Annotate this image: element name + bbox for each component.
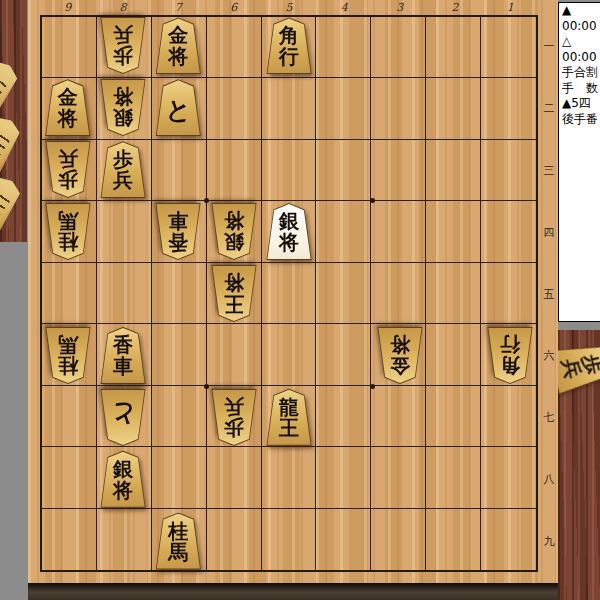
file-label-7: 7: [151, 1, 206, 14]
captured-piece-fragment[interactable]: [0, 168, 27, 236]
board-square-3三[interactable]: [371, 140, 426, 201]
game-info-panel: ▲00:00△00:00手合割手 数▲5四後手番: [558, 2, 600, 322]
piece-銀将-8八[interactable]: 銀将: [98, 451, 148, 508]
board-square-4六[interactable]: [316, 324, 371, 385]
board-square-7三[interactable]: [152, 140, 207, 201]
board-square-8四[interactable]: [97, 201, 152, 262]
board-square-2五[interactable]: [426, 263, 481, 324]
piece-金将-9二[interactable]: 金将: [43, 79, 93, 136]
board-square-3一[interactable]: [371, 17, 426, 78]
panel-line: 後手番: [559, 112, 600, 128]
rank-label-七: 七: [540, 410, 558, 425]
rank-label-四: 四: [540, 225, 558, 240]
file-label-9: 9: [40, 1, 95, 14]
board-square-3七[interactable]: [371, 386, 426, 447]
panel-line: ▲: [559, 3, 600, 19]
board-square-9一[interactable]: [42, 17, 97, 78]
board-square-9七[interactable]: [42, 386, 97, 447]
panel-line: ▲5四: [559, 96, 600, 112]
rank-label-三: 三: [540, 163, 558, 178]
board-square-1五[interactable]: [481, 263, 536, 324]
board-square-3九[interactable]: [371, 509, 426, 570]
board-square-1三[interactable]: [481, 140, 536, 201]
panel-line: 00:00: [559, 19, 600, 35]
piece-桂馬-9六[interactable]: 桂馬: [43, 327, 93, 384]
panel-line: 手合割: [559, 65, 600, 81]
piece-歩兵-6七[interactable]: 歩兵: [209, 389, 259, 446]
piece-龍王-5七[interactable]: 龍王: [264, 389, 314, 446]
board-square-1九[interactable]: [481, 509, 536, 570]
piece-桂馬-7九[interactable]: 桂馬: [153, 513, 203, 570]
file-label-6: 6: [206, 1, 261, 14]
board-square-2八[interactable]: [426, 447, 481, 508]
panel-line: 手 数: [559, 81, 600, 97]
board-square-2四[interactable]: [426, 201, 481, 262]
piece-角行-1六[interactable]: 角行: [485, 327, 535, 384]
gote-captured-tray: [0, 0, 27, 242]
piece-金将-7一[interactable]: 金将: [153, 17, 203, 74]
captured-piece-fragment[interactable]: [0, 52, 27, 120]
board-square-4一[interactable]: [316, 17, 371, 78]
board-square-9九[interactable]: [42, 509, 97, 570]
star-point: [204, 384, 209, 389]
rank-label-二: 二: [540, 101, 558, 116]
board-square-1八[interactable]: [481, 447, 536, 508]
board-square-4二[interactable]: [316, 78, 371, 139]
board-square-1二[interactable]: [481, 78, 536, 139]
rank-label-五: 五: [540, 287, 558, 302]
board-square-3二[interactable]: [371, 78, 426, 139]
piece-銀将-6四[interactable]: 銀将: [209, 203, 259, 260]
board-square-4八[interactable]: [316, 447, 371, 508]
board-square-2二[interactable]: [426, 78, 481, 139]
board-square-4五[interactable]: [316, 263, 371, 324]
piece-歩兵-9三[interactable]: 歩兵: [43, 141, 93, 198]
piece-金将-3六[interactable]: 金将: [375, 327, 425, 384]
board-square-8九[interactable]: [97, 509, 152, 570]
file-label-5: 5: [261, 1, 316, 14]
rank-label-六: 六: [540, 348, 558, 363]
board-bottom-edge: [28, 583, 558, 600]
file-label-2: 2: [427, 1, 482, 14]
board-square-6一[interactable]: [207, 17, 262, 78]
panel-line: 00:00: [559, 50, 600, 66]
board-square-1一[interactable]: [481, 17, 536, 78]
piece-香車-8六[interactable]: 香車: [98, 327, 148, 384]
board-square-2六[interactable]: [426, 324, 481, 385]
board-square-5三[interactable]: [262, 140, 317, 201]
rank-label-八: 八: [540, 472, 558, 487]
board-square-1七[interactable]: [481, 386, 536, 447]
board-square-5六[interactable]: [262, 324, 317, 385]
board-square-6六[interactable]: [207, 324, 262, 385]
captured-piece-fragment[interactable]: [0, 108, 27, 176]
board-square-2九[interactable]: [426, 509, 481, 570]
piece-銀将-8二[interactable]: 銀将: [98, 79, 148, 136]
piece-歩兵-in-hand[interactable]: 歩兵: [558, 336, 600, 397]
board-square-2一[interactable]: [426, 17, 481, 78]
star-point: [204, 198, 209, 203]
board-square-7七[interactable]: [152, 386, 207, 447]
piece-と-7二[interactable]: と: [153, 79, 203, 136]
file-label-1: 1: [483, 1, 538, 14]
board-square-4七[interactable]: [316, 386, 371, 447]
board-square-5九[interactable]: [262, 509, 317, 570]
file-label-3: 3: [372, 1, 427, 14]
rank-label-一: 一: [540, 39, 558, 54]
panel-line: △: [559, 34, 600, 50]
piece-桂馬-9四[interactable]: 桂馬: [43, 203, 93, 260]
piece-銀将-5四[interactable]: 銀将: [264, 203, 314, 260]
board-square-4四[interactable]: [316, 201, 371, 262]
piece-角行-5一[interactable]: 角行: [264, 17, 314, 74]
board-square-3八[interactable]: [371, 447, 426, 508]
piece-歩兵-8三[interactable]: 歩兵: [98, 141, 148, 198]
board-square-1四[interactable]: [481, 201, 536, 262]
sente-captured-tray: 歩兵: [558, 330, 600, 600]
piece-香車-7四[interactable]: 香車: [153, 203, 203, 260]
board-square-5二[interactable]: [262, 78, 317, 139]
board-square-6三[interactable]: [207, 140, 262, 201]
board-square-6八[interactable]: [207, 447, 262, 508]
board-square-7六[interactable]: [152, 324, 207, 385]
board-square-4三[interactable]: [316, 140, 371, 201]
board-square-4九[interactable]: [316, 509, 371, 570]
board-square-7五[interactable]: [152, 263, 207, 324]
rank-label-九: 九: [540, 534, 558, 549]
board-square-8五[interactable]: [97, 263, 152, 324]
board-square-2三[interactable]: [426, 140, 481, 201]
star-point: [370, 384, 375, 389]
board-square-5五[interactable]: [262, 263, 317, 324]
shogi-board: 987654321一二三四五六七八九 歩兵金将角行金将銀将と歩兵歩兵桂馬香車銀将…: [28, 0, 558, 600]
board-square-6九[interactable]: [207, 509, 262, 570]
file-label-4: 4: [317, 1, 372, 14]
board-square-9八[interactable]: [42, 447, 97, 508]
star-point: [370, 198, 375, 203]
file-label-8: 8: [95, 1, 150, 14]
board-square-3五[interactable]: [371, 263, 426, 324]
board-square-5八[interactable]: [262, 447, 317, 508]
piece-と-8七[interactable]: と: [98, 389, 148, 446]
shogi-app-window: 987654321一二三四五六七八九 歩兵金将角行金将銀将と歩兵歩兵桂馬香車銀将…: [0, 0, 600, 600]
board-square-7八[interactable]: [152, 447, 207, 508]
board-square-6二[interactable]: [207, 78, 262, 139]
piece-王将-6五[interactable]: 王将: [209, 265, 259, 322]
board-square-9五[interactable]: [42, 263, 97, 324]
board-square-3四[interactable]: [371, 201, 426, 262]
piece-歩兵-8一[interactable]: 歩兵: [98, 17, 148, 74]
board-square-2七[interactable]: [426, 386, 481, 447]
